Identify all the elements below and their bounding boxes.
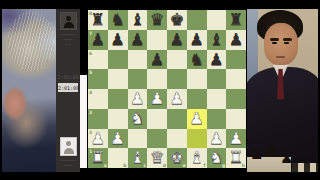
square-f4[interactable] bbox=[187, 89, 207, 109]
match-score: —— bbox=[56, 42, 80, 46]
square-h5[interactable] bbox=[226, 69, 246, 89]
square-g4[interactable] bbox=[207, 89, 227, 109]
black-player-avatar[interactable] bbox=[60, 12, 77, 30]
square-e4[interactable]: ♟ bbox=[167, 89, 187, 109]
piece-white-pawn[interactable]: ♟ bbox=[207, 129, 227, 149]
game-sidebar: ————— ——— —— 2:01:08 2:01:08 ————— ——— bbox=[56, 9, 80, 172]
piece-white-bishop[interactable]: ♝ bbox=[187, 148, 207, 168]
white-player-name[interactable]: ————— bbox=[56, 158, 80, 162]
square-c3[interactable]: ♞ bbox=[128, 109, 148, 129]
square-h2[interactable]: ♟ bbox=[226, 129, 246, 149]
coord-rank-4: 4 bbox=[89, 90, 92, 95]
square-c7[interactable]: ♟ bbox=[128, 30, 148, 50]
piece-black-pawn[interactable]: ♟ bbox=[207, 50, 227, 70]
square-b1[interactable]: b bbox=[108, 148, 128, 168]
piece-white-queen[interactable]: ♛ bbox=[147, 148, 167, 168]
coord-rank-3: 3 bbox=[89, 110, 92, 115]
square-e2[interactable] bbox=[167, 129, 187, 149]
square-f1[interactable]: f♝ bbox=[187, 148, 207, 168]
square-b5[interactable] bbox=[108, 69, 128, 89]
square-a6[interactable]: 6 bbox=[88, 50, 108, 70]
avatar-silhouette-icon bbox=[66, 141, 71, 146]
piece-white-pawn[interactable]: ♟ bbox=[88, 129, 108, 149]
piece-white-rook[interactable]: ♜ bbox=[226, 148, 246, 168]
coord-rank-5: 5 bbox=[89, 70, 92, 75]
square-g8[interactable] bbox=[207, 10, 227, 30]
square-c1[interactable]: c♝ bbox=[128, 148, 148, 168]
chess-board[interactable]: 8♜♞♝♛♚♜7♟♟♟♟♟♝♟6♟♞♟54♟♟♟3♞♟2♟♟♟♟1a♜bc♝d♛… bbox=[88, 10, 246, 168]
piece-black-pawn[interactable]: ♟ bbox=[88, 30, 108, 50]
square-a4[interactable]: 4 bbox=[88, 89, 108, 109]
square-b8[interactable]: ♞ bbox=[108, 10, 128, 30]
piece-white-pawn[interactable]: ♟ bbox=[108, 129, 128, 149]
square-c8[interactable]: ♝ bbox=[128, 10, 148, 30]
square-e7[interactable]: ♟ bbox=[167, 30, 187, 50]
square-e1[interactable]: e♚ bbox=[167, 148, 187, 168]
square-h6[interactable] bbox=[226, 50, 246, 70]
piece-black-pawn[interactable]: ♟ bbox=[167, 30, 187, 50]
square-b3[interactable] bbox=[108, 109, 128, 129]
square-f8[interactable] bbox=[187, 10, 207, 30]
piece-black-knight[interactable]: ♞ bbox=[108, 10, 128, 30]
square-b7[interactable]: ♟ bbox=[108, 30, 128, 50]
square-f6[interactable]: ♞ bbox=[187, 50, 207, 70]
square-d4[interactable]: ♟ bbox=[147, 89, 167, 109]
square-h7[interactable]: ♟ bbox=[226, 30, 246, 50]
square-d2[interactable] bbox=[147, 129, 167, 149]
real-board-edge bbox=[292, 163, 318, 172]
piece-white-rook[interactable]: ♜ bbox=[88, 148, 108, 168]
square-g2[interactable]: ♟ bbox=[207, 129, 227, 149]
square-b2[interactable]: ♟ bbox=[108, 129, 128, 149]
square-h3[interactable] bbox=[226, 109, 246, 129]
square-d6[interactable]: ♟ bbox=[147, 50, 167, 70]
coord-file-b: b bbox=[123, 163, 126, 168]
square-d5[interactable] bbox=[147, 69, 167, 89]
square-g1[interactable]: g♞ bbox=[207, 148, 227, 168]
white-clock: 2:01:08 bbox=[58, 85, 78, 91]
square-f5[interactable] bbox=[187, 69, 207, 89]
piece-white-king[interactable]: ♚ bbox=[167, 148, 187, 168]
piece-black-knight[interactable]: ♞ bbox=[187, 50, 207, 70]
piece-white-pawn[interactable]: ♟ bbox=[128, 89, 148, 109]
square-h4[interactable] bbox=[226, 89, 246, 109]
square-d3[interactable] bbox=[147, 109, 167, 129]
square-e6[interactable] bbox=[167, 50, 187, 70]
piece-white-pawn[interactable]: ♟ bbox=[167, 89, 187, 109]
white-clock-box: 2:01:08 bbox=[58, 83, 78, 92]
piece-white-bishop[interactable]: ♝ bbox=[128, 148, 148, 168]
square-f7[interactable]: ♟ bbox=[187, 30, 207, 50]
square-e8[interactable]: ♚ bbox=[167, 10, 187, 30]
video-frame: ————— ——— —— 2:01:08 2:01:08 ————— ——— 8… bbox=[0, 0, 320, 180]
piece-white-knight[interactable]: ♞ bbox=[128, 109, 148, 129]
square-d8[interactable]: ♛ bbox=[147, 10, 167, 30]
piece-black-rook[interactable]: ♜ bbox=[226, 10, 246, 30]
piece-black-king[interactable]: ♚ bbox=[167, 10, 187, 30]
square-f2[interactable] bbox=[187, 129, 207, 149]
piece-white-knight[interactable]: ♞ bbox=[207, 148, 227, 168]
right-player-photo: ♟ ♚ ♟ bbox=[247, 9, 318, 172]
real-chess-pieces: ♟ ♚ ♟ bbox=[247, 149, 291, 172]
square-e5[interactable] bbox=[167, 69, 187, 89]
piece-black-queen[interactable]: ♛ bbox=[147, 10, 167, 30]
piece-black-bishop[interactable]: ♝ bbox=[128, 10, 148, 30]
square-a2[interactable]: 2♟ bbox=[88, 129, 108, 149]
piece-black-bishop[interactable]: ♝ bbox=[207, 30, 227, 50]
square-c2[interactable] bbox=[128, 129, 148, 149]
square-c4[interactable]: ♟ bbox=[128, 89, 148, 109]
piece-black-rook[interactable]: ♜ bbox=[88, 10, 108, 30]
square-a5[interactable]: 5 bbox=[88, 69, 108, 89]
square-a8[interactable]: 8♜ bbox=[88, 10, 108, 30]
square-h8[interactable]: ♜ bbox=[226, 10, 246, 30]
piece-white-pawn[interactable]: ♟ bbox=[187, 109, 207, 129]
black-player-rating: ——— bbox=[56, 37, 80, 41]
square-c6[interactable] bbox=[128, 50, 148, 70]
grey-hair bbox=[8, 11, 54, 71]
piece-white-pawn[interactable]: ♟ bbox=[226, 129, 246, 149]
square-b6[interactable] bbox=[108, 50, 128, 70]
square-h1[interactable]: h♜ bbox=[226, 148, 246, 168]
face bbox=[264, 23, 298, 65]
real-pawn-piece: ♟ bbox=[250, 147, 263, 162]
black-player-name[interactable]: ————— bbox=[56, 32, 80, 36]
left-player-photo bbox=[2, 9, 56, 172]
square-g5[interactable] bbox=[207, 69, 227, 89]
square-g6[interactable]: ♟ bbox=[207, 50, 227, 70]
white-player-rating: ——— bbox=[56, 163, 80, 167]
square-a1[interactable]: 1a♜ bbox=[88, 148, 108, 168]
piece-white-pawn[interactable]: ♟ bbox=[147, 89, 167, 109]
piece-black-pawn[interactable]: ♟ bbox=[226, 30, 246, 50]
square-b4[interactable] bbox=[108, 89, 128, 109]
square-e3[interactable] bbox=[167, 109, 187, 129]
square-g7[interactable]: ♝ bbox=[207, 30, 227, 50]
square-c5[interactable] bbox=[128, 69, 148, 89]
white-player-avatar[interactable] bbox=[60, 137, 77, 156]
piece-black-pawn[interactable]: ♟ bbox=[108, 30, 128, 50]
square-f3[interactable]: ♟ bbox=[187, 109, 207, 129]
square-d7[interactable] bbox=[147, 30, 167, 50]
avatar-silhouette-icon bbox=[66, 16, 71, 21]
square-d1[interactable]: d♛ bbox=[147, 148, 167, 168]
coord-rank-6: 6 bbox=[89, 51, 92, 56]
black-clock: 2:01:08 bbox=[56, 74, 80, 80]
piece-black-pawn[interactable]: ♟ bbox=[187, 30, 207, 50]
square-g3[interactable] bbox=[207, 109, 227, 129]
real-king-piece: ♚ bbox=[264, 143, 280, 158]
piece-black-pawn[interactable]: ♟ bbox=[147, 50, 167, 70]
square-a3[interactable]: 3 bbox=[88, 109, 108, 129]
move-list-panel[interactable] bbox=[80, 75, 87, 168]
piece-black-pawn[interactable]: ♟ bbox=[128, 30, 148, 50]
square-a7[interactable]: 7♟ bbox=[88, 30, 108, 50]
